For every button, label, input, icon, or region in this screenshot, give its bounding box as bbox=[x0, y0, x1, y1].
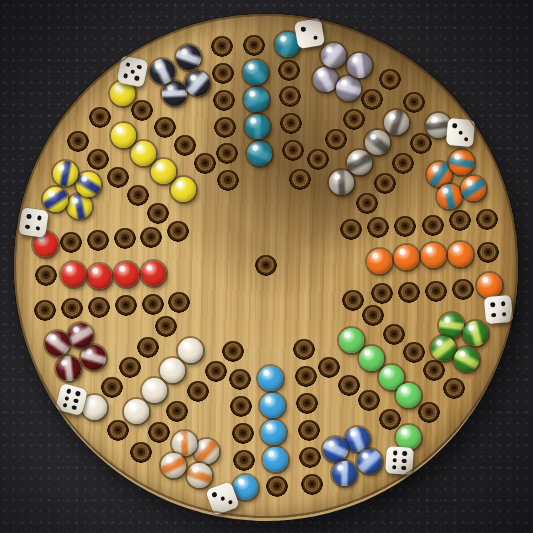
marble-orange[interactable] bbox=[367, 249, 392, 274]
marble-cobalt-swirl[interactable] bbox=[323, 437, 348, 462]
board-hole[interactable] bbox=[343, 109, 365, 131]
marble-yellow[interactable] bbox=[151, 159, 176, 184]
board-hole[interactable] bbox=[476, 209, 498, 231]
die-pip bbox=[402, 465, 407, 470]
marble-cats-eye-clear[interactable] bbox=[172, 431, 197, 456]
die-pip bbox=[500, 301, 505, 306]
board-hole[interactable] bbox=[187, 381, 209, 403]
board-hole[interactable] bbox=[107, 167, 129, 189]
board-hole[interactable] bbox=[119, 357, 141, 379]
board-hole[interactable] bbox=[301, 474, 323, 496]
board-hole[interactable] bbox=[279, 86, 301, 108]
die-pip bbox=[27, 214, 32, 219]
die-pip bbox=[125, 62, 130, 67]
die-pip bbox=[130, 69, 135, 74]
marble-ivory-white[interactable] bbox=[178, 338, 203, 363]
board-hole[interactable] bbox=[229, 369, 251, 391]
die-pip bbox=[458, 130, 463, 135]
board-hole[interactable] bbox=[293, 339, 315, 361]
marble-smoky-gray[interactable] bbox=[347, 53, 372, 78]
board-hole[interactable] bbox=[216, 143, 238, 165]
board-hole[interactable] bbox=[452, 279, 474, 301]
board-hole[interactable] bbox=[298, 420, 320, 442]
board-hole[interactable] bbox=[140, 227, 162, 249]
die-pip bbox=[37, 216, 42, 221]
board-hole[interactable] bbox=[318, 357, 340, 379]
board-hole[interactable] bbox=[166, 401, 188, 423]
die-pip bbox=[134, 76, 139, 81]
board-hole[interactable] bbox=[101, 377, 123, 399]
board-hole[interactable] bbox=[340, 219, 362, 241]
marble-silver-swirl[interactable] bbox=[365, 130, 390, 155]
board-hole[interactable] bbox=[477, 242, 499, 264]
die-pip bbox=[62, 402, 68, 408]
board-hole[interactable] bbox=[167, 221, 189, 243]
marble-smoky-gray[interactable] bbox=[321, 43, 346, 68]
board-hole[interactable] bbox=[34, 300, 56, 322]
marble-oxblood-swirl[interactable] bbox=[56, 356, 81, 381]
board-hole[interactable] bbox=[280, 113, 302, 135]
board-hole[interactable] bbox=[367, 217, 389, 239]
board-hole[interactable] bbox=[67, 131, 89, 153]
marble-light-blue[interactable] bbox=[233, 475, 258, 500]
marble-yellow-navy-swirl[interactable] bbox=[53, 161, 78, 186]
board-hole[interactable] bbox=[213, 90, 235, 112]
board-hole[interactable] bbox=[338, 375, 360, 397]
marble-light-green[interactable] bbox=[396, 383, 421, 408]
board-hole[interactable] bbox=[217, 170, 239, 192]
board-hole[interactable] bbox=[60, 232, 82, 254]
marble-forest-green-swirl[interactable] bbox=[431, 336, 456, 361]
die-pip bbox=[25, 225, 30, 230]
board-hole[interactable] bbox=[425, 281, 447, 303]
die-pip bbox=[36, 226, 41, 231]
board-hole[interactable] bbox=[212, 63, 234, 85]
die-pip bbox=[464, 137, 469, 142]
marble-orange[interactable] bbox=[448, 242, 473, 267]
die-pip bbox=[392, 465, 397, 470]
board-hole[interactable] bbox=[243, 35, 265, 57]
board-hole[interactable] bbox=[127, 185, 149, 207]
board-hole[interactable] bbox=[233, 450, 255, 472]
board-hole[interactable] bbox=[35, 265, 57, 287]
marble-yellow[interactable] bbox=[111, 123, 136, 148]
board-hole[interactable] bbox=[361, 89, 383, 111]
marble-cats-eye-clear[interactable] bbox=[161, 453, 186, 478]
marble-light-blue[interactable] bbox=[260, 393, 285, 418]
die-pip bbox=[490, 302, 495, 307]
marble-orange-teal-swirl[interactable] bbox=[427, 162, 452, 187]
marble-oxblood-swirl[interactable] bbox=[45, 331, 70, 356]
marble-light-green[interactable] bbox=[396, 425, 421, 450]
die-pip bbox=[403, 451, 408, 456]
marble-ivory-white[interactable] bbox=[160, 358, 185, 383]
marble-black-galaxy[interactable] bbox=[162, 81, 187, 106]
board-hole[interactable] bbox=[205, 361, 227, 383]
die-pip bbox=[313, 36, 318, 41]
die-pip bbox=[75, 391, 81, 397]
marble-silver-swirl[interactable] bbox=[329, 170, 354, 195]
board-hole[interactable] bbox=[147, 203, 169, 225]
marble-cobalt-swirl[interactable] bbox=[332, 461, 357, 486]
board-hole[interactable] bbox=[148, 422, 170, 444]
board-hole[interactable] bbox=[403, 92, 425, 114]
board-hole[interactable] bbox=[398, 282, 420, 304]
marble-light-green[interactable] bbox=[339, 328, 364, 353]
marble-red[interactable] bbox=[87, 264, 112, 289]
board-hole[interactable] bbox=[211, 36, 233, 58]
marble-yellow[interactable] bbox=[131, 141, 156, 166]
marble-silver-swirl[interactable] bbox=[384, 110, 409, 135]
board-hole[interactable] bbox=[137, 337, 159, 359]
marble-ivory-white[interactable] bbox=[124, 399, 149, 424]
board-hole[interactable] bbox=[282, 140, 304, 162]
marble-cats-eye-clear[interactable] bbox=[194, 439, 219, 464]
wahoo-game-board bbox=[14, 14, 518, 518]
marble-orange[interactable] bbox=[477, 273, 502, 298]
board-hole[interactable] bbox=[356, 193, 378, 215]
board-hole[interactable] bbox=[422, 215, 444, 237]
board-hole[interactable] bbox=[107, 420, 129, 442]
board-hole[interactable] bbox=[443, 378, 465, 400]
marble-yellow[interactable] bbox=[171, 177, 196, 202]
marble-teal[interactable] bbox=[244, 87, 269, 112]
marble-ivory-white[interactable] bbox=[82, 395, 107, 420]
board-hole[interactable] bbox=[383, 324, 405, 346]
marble-cats-eye-clear[interactable] bbox=[187, 463, 212, 488]
marble-yellow-navy-swirl[interactable] bbox=[43, 187, 68, 212]
marble-forest-green-swirl[interactable] bbox=[439, 313, 464, 338]
board-hole[interactable] bbox=[130, 442, 152, 464]
die-pip bbox=[501, 311, 506, 316]
marble-oxblood-swirl[interactable] bbox=[81, 345, 106, 370]
marble-red[interactable] bbox=[61, 262, 86, 287]
board-hole[interactable] bbox=[87, 149, 109, 171]
board-hole[interactable] bbox=[131, 100, 153, 122]
board-hole[interactable] bbox=[114, 228, 136, 250]
marble-teal[interactable] bbox=[247, 141, 272, 166]
marble-light-blue[interactable] bbox=[261, 420, 286, 445]
marble-orange-teal-swirl[interactable] bbox=[437, 184, 462, 209]
board-hole[interactable] bbox=[115, 295, 137, 317]
board-hole[interactable] bbox=[295, 366, 317, 388]
die-pip bbox=[393, 451, 398, 456]
board-hole[interactable] bbox=[403, 342, 425, 364]
die-pip bbox=[392, 458, 397, 463]
board-hole[interactable] bbox=[371, 283, 393, 305]
marble-smoky-gray[interactable] bbox=[336, 76, 361, 101]
marble-red[interactable] bbox=[114, 262, 139, 287]
board-hole[interactable] bbox=[299, 447, 321, 469]
marble-forest-green-swirl[interactable] bbox=[463, 321, 488, 346]
marble-black-galaxy[interactable] bbox=[185, 71, 210, 96]
die-pip bbox=[212, 491, 218, 497]
die-4-pips[interactable] bbox=[483, 294, 512, 323]
board-hole[interactable] bbox=[379, 409, 401, 431]
die-pip bbox=[73, 398, 79, 404]
board-hole[interactable] bbox=[168, 292, 190, 314]
marble-ivory-white[interactable] bbox=[142, 378, 167, 403]
board-hole[interactable] bbox=[379, 69, 401, 91]
die-6-pips[interactable] bbox=[385, 446, 414, 475]
marble-orange[interactable] bbox=[394, 245, 419, 270]
die-pip bbox=[402, 458, 407, 463]
board-hole[interactable] bbox=[358, 390, 380, 412]
marble-black-galaxy[interactable] bbox=[176, 45, 201, 70]
marble-red[interactable] bbox=[141, 261, 166, 286]
board-hole[interactable] bbox=[142, 294, 164, 316]
marble-light-blue[interactable] bbox=[263, 447, 288, 472]
marble-light-blue[interactable] bbox=[258, 366, 283, 391]
die-2-pips[interactable] bbox=[293, 18, 324, 49]
marble-orange-teal-swirl[interactable] bbox=[461, 176, 486, 201]
board-hole[interactable] bbox=[230, 396, 252, 418]
board-hole[interactable] bbox=[155, 316, 177, 338]
die-pip bbox=[137, 64, 142, 69]
die-pip bbox=[72, 405, 78, 411]
marble-smoky-gray[interactable] bbox=[313, 67, 338, 92]
board-hole[interactable] bbox=[154, 117, 176, 139]
board-hole[interactable] bbox=[89, 107, 111, 129]
board-hole[interactable] bbox=[296, 393, 318, 415]
marble-oxblood-swirl[interactable] bbox=[68, 323, 93, 348]
marble-orange[interactable] bbox=[421, 243, 446, 268]
board-hole[interactable] bbox=[87, 230, 109, 252]
die-pip bbox=[300, 27, 305, 32]
board-hole[interactable] bbox=[174, 135, 196, 157]
board-hole[interactable] bbox=[266, 476, 288, 498]
table-scene bbox=[0, 0, 533, 533]
board-hole[interactable] bbox=[362, 305, 384, 327]
die-pip bbox=[123, 73, 128, 78]
board-hole[interactable] bbox=[325, 129, 347, 151]
marble-light-green[interactable] bbox=[359, 346, 384, 371]
die-3-pips[interactable] bbox=[446, 118, 475, 147]
board-hole[interactable] bbox=[222, 341, 244, 363]
marble-teal[interactable] bbox=[245, 114, 270, 139]
board-hole[interactable] bbox=[342, 290, 364, 312]
die-4-pips[interactable] bbox=[19, 208, 49, 238]
marble-cobalt-swirl[interactable] bbox=[345, 427, 370, 452]
die-pip bbox=[491, 312, 496, 317]
board-hole[interactable] bbox=[410, 133, 432, 155]
board-hole[interactable] bbox=[423, 360, 445, 382]
board-hole[interactable] bbox=[194, 153, 216, 175]
die-5-pips[interactable] bbox=[116, 55, 148, 87]
die-pip bbox=[64, 396, 70, 402]
board-hole[interactable] bbox=[278, 60, 300, 82]
marble-yellow-navy-swirl[interactable] bbox=[76, 172, 101, 197]
marble-forest-green-swirl[interactable] bbox=[454, 347, 479, 372]
board-hole[interactable] bbox=[418, 402, 440, 424]
board-hole[interactable] bbox=[214, 117, 236, 139]
marble-yellow-navy-swirl[interactable] bbox=[67, 194, 92, 219]
board-hole[interactable] bbox=[449, 210, 471, 232]
board-hole[interactable] bbox=[61, 298, 83, 320]
marble-silver-swirl[interactable] bbox=[347, 150, 372, 175]
board-hole[interactable] bbox=[307, 149, 329, 171]
board-hole[interactable] bbox=[394, 216, 416, 238]
die-pip bbox=[228, 499, 234, 505]
marble-orange-teal-swirl[interactable] bbox=[449, 150, 474, 175]
die-pip bbox=[220, 495, 226, 501]
die-pip bbox=[66, 389, 72, 395]
board-hole[interactable] bbox=[232, 423, 254, 445]
board-hole[interactable] bbox=[374, 173, 396, 195]
die-pip bbox=[452, 123, 457, 128]
board-hole[interactable] bbox=[289, 169, 311, 191]
board-hole[interactable] bbox=[392, 153, 414, 175]
board-hole[interactable] bbox=[88, 297, 110, 319]
marble-cobalt-swirl[interactable] bbox=[357, 449, 382, 474]
board-hole[interactable] bbox=[255, 255, 277, 277]
marble-teal[interactable] bbox=[243, 60, 268, 85]
